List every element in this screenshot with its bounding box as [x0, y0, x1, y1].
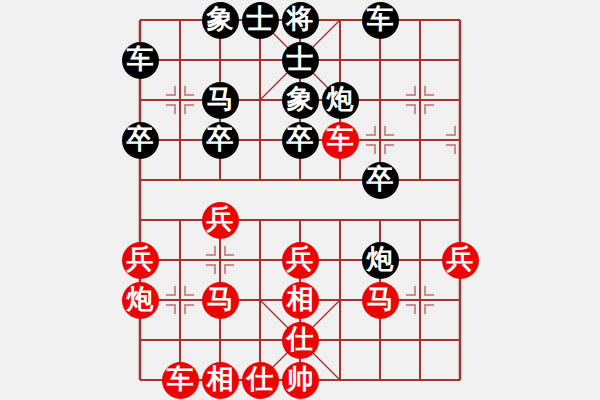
- piece-black-elephant[interactable]: 象: [282, 82, 319, 119]
- piece-red-horse[interactable]: 马: [202, 282, 239, 319]
- piece-red-elephant[interactable]: 相: [282, 282, 319, 319]
- piece-red-soldier[interactable]: 兵: [282, 242, 319, 279]
- piece-red-soldier[interactable]: 兵: [202, 202, 239, 239]
- piece-black-advisor[interactable]: 士: [282, 42, 319, 79]
- xiangqi-screenshot: 象士将车车士马象炮卒卒卒车卒兵兵兵炮兵炮马相马仕车相仕帅: [0, 0, 600, 400]
- piece-black-advisor[interactable]: 士: [242, 2, 279, 39]
- piece-red-advisor[interactable]: 仕: [282, 322, 319, 359]
- piece-black-chariot[interactable]: 车: [362, 2, 399, 39]
- piece-black-general[interactable]: 将: [282, 2, 319, 39]
- piece-black-soldier[interactable]: 卒: [202, 122, 239, 159]
- piece-black-cannon[interactable]: 炮: [362, 242, 399, 279]
- piece-black-soldier[interactable]: 卒: [282, 122, 319, 159]
- piece-black-horse[interactable]: 马: [202, 82, 239, 119]
- piece-red-cannon[interactable]: 炮: [122, 282, 159, 319]
- xiangqi-board[interactable]: 象士将车车士马象炮卒卒卒车卒兵兵兵炮兵炮马相马仕车相仕帅: [120, 0, 480, 400]
- piece-red-advisor[interactable]: 仕: [242, 362, 279, 399]
- piece-red-horse[interactable]: 马: [362, 282, 399, 319]
- piece-red-soldier[interactable]: 兵: [122, 242, 159, 279]
- piece-red-chariot[interactable]: 车: [322, 122, 359, 159]
- piece-black-cannon[interactable]: 炮: [322, 82, 359, 119]
- piece-red-general[interactable]: 帅: [282, 362, 319, 399]
- piece-black-chariot[interactable]: 车: [122, 42, 159, 79]
- piece-red-elephant[interactable]: 相: [202, 362, 239, 399]
- piece-black-soldier[interactable]: 卒: [362, 162, 399, 199]
- piece-black-soldier[interactable]: 卒: [122, 122, 159, 159]
- piece-black-elephant[interactable]: 象: [202, 2, 239, 39]
- piece-red-chariot[interactable]: 车: [162, 362, 199, 399]
- piece-red-soldier[interactable]: 兵: [442, 242, 479, 279]
